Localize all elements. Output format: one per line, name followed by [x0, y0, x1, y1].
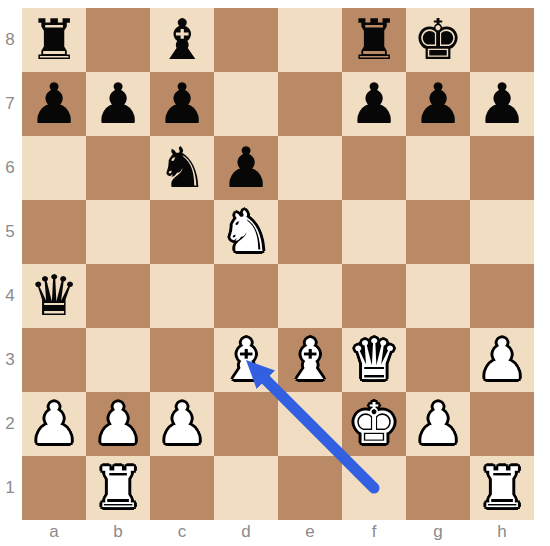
- square-c6[interactable]: ♞: [150, 136, 214, 200]
- piece-white-rook[interactable]: ♜: [93, 456, 143, 520]
- square-e8[interactable]: [278, 8, 342, 72]
- square-d3[interactable]: ♝: [214, 328, 278, 392]
- square-b3[interactable]: [86, 328, 150, 392]
- square-a4[interactable]: ♛: [22, 264, 86, 328]
- file-label-g: g: [406, 519, 470, 545]
- square-c3[interactable]: [150, 328, 214, 392]
- square-f8[interactable]: ♜: [342, 8, 406, 72]
- square-g7[interactable]: ♟: [406, 72, 470, 136]
- piece-white-bishop[interactable]: ♝: [285, 328, 335, 392]
- square-f1[interactable]: [342, 456, 406, 520]
- square-a8[interactable]: ♜: [22, 8, 86, 72]
- square-b7[interactable]: ♟: [86, 72, 150, 136]
- rank-label-3: 3: [0, 328, 20, 392]
- piece-black-pawn[interactable]: ♟: [157, 72, 207, 136]
- chess-board[interactable]: ♜♝♜♚♟♟♟♟♟♟♞♟♞♛♝♝♛♟♟♟♟♚♟♜♜: [22, 8, 534, 520]
- piece-white-pawn[interactable]: ♟: [93, 392, 143, 456]
- file-label-a: a: [22, 519, 86, 545]
- square-c2[interactable]: ♟: [150, 392, 214, 456]
- square-e2[interactable]: [278, 392, 342, 456]
- square-g6[interactable]: [406, 136, 470, 200]
- piece-black-pawn[interactable]: ♟: [477, 72, 527, 136]
- square-b6[interactable]: [86, 136, 150, 200]
- square-f6[interactable]: [342, 136, 406, 200]
- piece-black-queen[interactable]: ♛: [29, 264, 79, 328]
- piece-black-bishop[interactable]: ♝: [157, 8, 207, 72]
- square-c5[interactable]: [150, 200, 214, 264]
- piece-black-pawn[interactable]: ♟: [29, 72, 79, 136]
- file-label-d: d: [214, 519, 278, 545]
- file-label-f: f: [342, 519, 406, 545]
- square-a2[interactable]: ♟: [22, 392, 86, 456]
- square-h8[interactable]: [470, 8, 534, 72]
- square-g4[interactable]: [406, 264, 470, 328]
- square-d4[interactable]: [214, 264, 278, 328]
- square-c8[interactable]: ♝: [150, 8, 214, 72]
- square-g8[interactable]: ♚: [406, 8, 470, 72]
- square-h4[interactable]: [470, 264, 534, 328]
- rank-label-6: 6: [0, 136, 20, 200]
- square-e7[interactable]: [278, 72, 342, 136]
- piece-black-rook[interactable]: ♜: [349, 8, 399, 72]
- piece-white-rook[interactable]: ♜: [477, 456, 527, 520]
- rank-label-4: 4: [0, 264, 20, 328]
- square-b2[interactable]: ♟: [86, 392, 150, 456]
- square-f7[interactable]: ♟: [342, 72, 406, 136]
- square-a6[interactable]: [22, 136, 86, 200]
- chess-board-page: 87654321 ♜♝♜♚♟♟♟♟♟♟♞♟♞♛♝♝♛♟♟♟♟♚♟♜♜ abcde…: [0, 0, 550, 546]
- square-h5[interactable]: [470, 200, 534, 264]
- square-e5[interactable]: [278, 200, 342, 264]
- rank-label-1: 1: [0, 456, 20, 520]
- piece-black-pawn[interactable]: ♟: [349, 72, 399, 136]
- rank-label-5: 5: [0, 200, 20, 264]
- square-e3[interactable]: ♝: [278, 328, 342, 392]
- piece-black-pawn[interactable]: ♟: [413, 72, 463, 136]
- square-d7[interactable]: [214, 72, 278, 136]
- square-f4[interactable]: [342, 264, 406, 328]
- square-g5[interactable]: [406, 200, 470, 264]
- square-c1[interactable]: [150, 456, 214, 520]
- file-label-e: e: [278, 519, 342, 545]
- square-b1[interactable]: ♜: [86, 456, 150, 520]
- piece-white-pawn[interactable]: ♟: [157, 392, 207, 456]
- piece-black-pawn[interactable]: ♟: [93, 72, 143, 136]
- piece-white-pawn[interactable]: ♟: [29, 392, 79, 456]
- square-h7[interactable]: ♟: [470, 72, 534, 136]
- square-d5[interactable]: ♞: [214, 200, 278, 264]
- rank-label-2: 2: [0, 392, 20, 456]
- file-label-h: h: [470, 519, 534, 545]
- square-g2[interactable]: ♟: [406, 392, 470, 456]
- square-h1[interactable]: ♜: [470, 456, 534, 520]
- square-c4[interactable]: [150, 264, 214, 328]
- square-b5[interactable]: [86, 200, 150, 264]
- piece-white-king[interactable]: ♚: [349, 392, 399, 456]
- file-label-c: c: [150, 519, 214, 545]
- square-d1[interactable]: [214, 456, 278, 520]
- square-e6[interactable]: [278, 136, 342, 200]
- square-f5[interactable]: [342, 200, 406, 264]
- square-h6[interactable]: [470, 136, 534, 200]
- piece-black-knight[interactable]: ♞: [157, 136, 207, 200]
- piece-white-bishop[interactable]: ♝: [221, 328, 271, 392]
- square-g1[interactable]: [406, 456, 470, 520]
- square-e4[interactable]: [278, 264, 342, 328]
- square-a3[interactable]: [22, 328, 86, 392]
- piece-white-pawn[interactable]: ♟: [413, 392, 463, 456]
- piece-black-rook[interactable]: ♜: [29, 8, 79, 72]
- piece-white-knight[interactable]: ♞: [221, 200, 271, 264]
- square-b8[interactable]: [86, 8, 150, 72]
- square-f3[interactable]: ♛: [342, 328, 406, 392]
- piece-black-pawn[interactable]: ♟: [221, 136, 271, 200]
- piece-white-pawn[interactable]: ♟: [477, 328, 527, 392]
- rank-label-8: 8: [0, 8, 20, 72]
- square-a5[interactable]: [22, 200, 86, 264]
- piece-black-king[interactable]: ♚: [413, 8, 463, 72]
- square-h2[interactable]: [470, 392, 534, 456]
- square-d8[interactable]: [214, 8, 278, 72]
- piece-white-queen[interactable]: ♛: [349, 328, 399, 392]
- square-h3[interactable]: ♟: [470, 328, 534, 392]
- square-a7[interactable]: ♟: [22, 72, 86, 136]
- square-a1[interactable]: [22, 456, 86, 520]
- file-label-b: b: [86, 519, 150, 545]
- square-e1[interactable]: [278, 456, 342, 520]
- square-c7[interactable]: ♟: [150, 72, 214, 136]
- square-g3[interactable]: [406, 328, 470, 392]
- square-f2[interactable]: ♚: [342, 392, 406, 456]
- square-b4[interactable]: [86, 264, 150, 328]
- square-d6[interactable]: ♟: [214, 136, 278, 200]
- square-d2[interactable]: [214, 392, 278, 456]
- rank-label-7: 7: [0, 72, 20, 136]
